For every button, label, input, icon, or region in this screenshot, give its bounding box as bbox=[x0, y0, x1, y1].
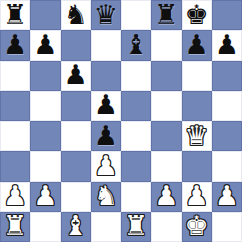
square-f2[interactable]: ♟ bbox=[151, 182, 181, 212]
square-e6[interactable] bbox=[121, 61, 151, 91]
black-pawn[interactable]: ♟ bbox=[33, 31, 57, 58]
white-bishop[interactable]: ♝ bbox=[64, 212, 88, 239]
square-a2[interactable]: ♟ bbox=[0, 182, 30, 212]
square-a6[interactable] bbox=[0, 61, 30, 91]
square-g7[interactable]: ♟ bbox=[182, 30, 212, 60]
square-h7[interactable]: ♟ bbox=[212, 30, 242, 60]
square-e5[interactable] bbox=[121, 91, 151, 121]
square-b6[interactable] bbox=[30, 61, 60, 91]
white-pawn[interactable]: ♟ bbox=[94, 152, 118, 179]
square-d8[interactable]: ♛ bbox=[91, 0, 121, 30]
square-h4[interactable] bbox=[212, 121, 242, 151]
square-b5[interactable] bbox=[30, 91, 60, 121]
square-h1[interactable] bbox=[212, 212, 242, 242]
black-knight[interactable]: ♞ bbox=[64, 1, 88, 28]
white-pawn[interactable]: ♟ bbox=[154, 182, 178, 209]
square-h6[interactable] bbox=[212, 61, 242, 91]
white-king[interactable]: ♚ bbox=[185, 212, 209, 239]
chess-board: ♜♞♛♜♚♟♟♝♟♟♟♟♟♛♟♟♟♞♟♟♟♜♝♜♚ bbox=[0, 0, 242, 242]
white-knight[interactable]: ♞ bbox=[94, 182, 118, 209]
square-a5[interactable] bbox=[0, 91, 30, 121]
square-f4[interactable] bbox=[151, 121, 181, 151]
square-f3[interactable] bbox=[151, 151, 181, 181]
square-g4[interactable]: ♛ bbox=[182, 121, 212, 151]
black-pawn[interactable]: ♟ bbox=[64, 61, 88, 88]
black-queen[interactable]: ♛ bbox=[94, 1, 118, 28]
square-g2[interactable]: ♟ bbox=[182, 182, 212, 212]
square-a8[interactable]: ♜ bbox=[0, 0, 30, 30]
square-b3[interactable] bbox=[30, 151, 60, 181]
square-e4[interactable] bbox=[121, 121, 151, 151]
white-rook[interactable]: ♜ bbox=[3, 212, 27, 239]
square-b4[interactable] bbox=[30, 121, 60, 151]
square-h5[interactable] bbox=[212, 91, 242, 121]
white-rook[interactable]: ♜ bbox=[124, 212, 148, 239]
black-pawn[interactable]: ♟ bbox=[3, 31, 27, 58]
black-rook[interactable]: ♜ bbox=[3, 1, 27, 28]
square-c8[interactable]: ♞ bbox=[61, 0, 91, 30]
square-c6[interactable]: ♟ bbox=[61, 61, 91, 91]
square-d2[interactable]: ♞ bbox=[91, 182, 121, 212]
square-c3[interactable] bbox=[61, 151, 91, 181]
square-b7[interactable]: ♟ bbox=[30, 30, 60, 60]
black-pawn[interactable]: ♟ bbox=[185, 31, 209, 58]
square-g6[interactable] bbox=[182, 61, 212, 91]
square-d3[interactable]: ♟ bbox=[91, 151, 121, 181]
black-bishop[interactable]: ♝ bbox=[124, 31, 148, 58]
square-a7[interactable]: ♟ bbox=[0, 30, 30, 60]
white-pawn[interactable]: ♟ bbox=[33, 182, 57, 209]
black-king[interactable]: ♚ bbox=[185, 1, 209, 28]
square-e8[interactable] bbox=[121, 0, 151, 30]
square-d1[interactable] bbox=[91, 212, 121, 242]
square-c7[interactable] bbox=[61, 30, 91, 60]
square-h3[interactable] bbox=[212, 151, 242, 181]
black-pawn[interactable]: ♟ bbox=[94, 91, 118, 118]
square-g3[interactable] bbox=[182, 151, 212, 181]
black-rook[interactable]: ♜ bbox=[154, 1, 178, 28]
black-pawn[interactable]: ♟ bbox=[94, 122, 118, 149]
square-d7[interactable] bbox=[91, 30, 121, 60]
square-g5[interactable] bbox=[182, 91, 212, 121]
square-b2[interactable]: ♟ bbox=[30, 182, 60, 212]
square-e7[interactable]: ♝ bbox=[121, 30, 151, 60]
square-a4[interactable] bbox=[0, 121, 30, 151]
square-c4[interactable] bbox=[61, 121, 91, 151]
square-e3[interactable] bbox=[121, 151, 151, 181]
square-b8[interactable] bbox=[30, 0, 60, 30]
black-pawn[interactable]: ♟ bbox=[215, 31, 239, 58]
square-f8[interactable]: ♜ bbox=[151, 0, 181, 30]
square-g8[interactable]: ♚ bbox=[182, 0, 212, 30]
square-d6[interactable] bbox=[91, 61, 121, 91]
square-f7[interactable] bbox=[151, 30, 181, 60]
square-f1[interactable] bbox=[151, 212, 181, 242]
white-queen[interactable]: ♛ bbox=[185, 122, 209, 149]
square-c5[interactable] bbox=[61, 91, 91, 121]
square-d5[interactable]: ♟ bbox=[91, 91, 121, 121]
white-pawn[interactable]: ♟ bbox=[185, 182, 209, 209]
square-g1[interactable]: ♚ bbox=[182, 212, 212, 242]
square-f6[interactable] bbox=[151, 61, 181, 91]
square-f5[interactable] bbox=[151, 91, 181, 121]
white-pawn[interactable]: ♟ bbox=[215, 182, 239, 209]
square-h2[interactable]: ♟ bbox=[212, 182, 242, 212]
square-e2[interactable] bbox=[121, 182, 151, 212]
square-d4[interactable]: ♟ bbox=[91, 121, 121, 151]
square-h8[interactable] bbox=[212, 0, 242, 30]
square-a3[interactable] bbox=[0, 151, 30, 181]
square-c2[interactable] bbox=[61, 182, 91, 212]
white-pawn[interactable]: ♟ bbox=[3, 182, 27, 209]
square-a1[interactable]: ♜ bbox=[0, 212, 30, 242]
square-e1[interactable]: ♜ bbox=[121, 212, 151, 242]
square-c1[interactable]: ♝ bbox=[61, 212, 91, 242]
square-b1[interactable] bbox=[30, 212, 60, 242]
